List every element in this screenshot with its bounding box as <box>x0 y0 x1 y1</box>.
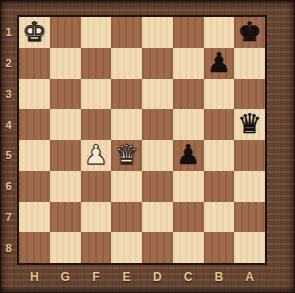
square-a5[interactable] <box>234 140 265 171</box>
square-g1[interactable] <box>50 17 81 48</box>
square-b3[interactable] <box>204 79 235 110</box>
square-a8[interactable] <box>234 232 265 263</box>
piece-black-pawn[interactable]: ♟ <box>176 141 200 168</box>
square-b5[interactable] <box>204 140 235 171</box>
square-e8[interactable] <box>111 232 142 263</box>
file-label-c: C <box>173 265 204 289</box>
rank-label-4: 4 <box>0 109 17 140</box>
rank-label-8: 8 <box>0 232 17 263</box>
square-d5[interactable] <box>142 140 173 171</box>
square-c1[interactable] <box>173 17 204 48</box>
square-f8[interactable] <box>81 232 112 263</box>
file-label-h: H <box>19 265 50 289</box>
file-label-e: E <box>111 265 142 289</box>
square-d7[interactable] <box>142 202 173 233</box>
square-h7[interactable] <box>19 202 50 233</box>
rank-labels: 12345678 <box>0 17 17 263</box>
square-c4[interactable] <box>173 109 204 140</box>
square-d1[interactable] <box>142 17 173 48</box>
square-h3[interactable] <box>19 79 50 110</box>
piece-white-queen[interactable]: ♛ <box>115 141 139 168</box>
square-e1[interactable] <box>111 17 142 48</box>
square-d6[interactable] <box>142 171 173 202</box>
square-f2[interactable] <box>81 48 112 79</box>
square-a2[interactable] <box>234 48 265 79</box>
square-c6[interactable] <box>173 171 204 202</box>
square-c5[interactable]: ♟ <box>173 140 204 171</box>
chess-board-frame: 12345678 ♚♚♟♛♟♛♟ HGFEDCBA <box>0 0 295 293</box>
square-a6[interactable] <box>234 171 265 202</box>
square-g3[interactable] <box>50 79 81 110</box>
square-d8[interactable] <box>142 232 173 263</box>
rank-label-2: 2 <box>0 48 17 79</box>
square-a3[interactable] <box>234 79 265 110</box>
square-c7[interactable] <box>173 202 204 233</box>
file-label-g: G <box>50 265 81 289</box>
square-b7[interactable] <box>204 202 235 233</box>
square-g8[interactable] <box>50 232 81 263</box>
square-f4[interactable] <box>81 109 112 140</box>
piece-black-pawn[interactable]: ♟ <box>207 49 231 76</box>
square-b4[interactable] <box>204 109 235 140</box>
square-e5[interactable]: ♛ <box>111 140 142 171</box>
square-h4[interactable] <box>19 109 50 140</box>
square-f1[interactable] <box>81 17 112 48</box>
file-labels: HGFEDCBA <box>19 265 265 289</box>
rank-label-1: 1 <box>0 17 17 48</box>
rank-label-7: 7 <box>0 202 17 233</box>
square-h5[interactable] <box>19 140 50 171</box>
file-label-d: D <box>142 265 173 289</box>
piece-white-king[interactable]: ♚ <box>22 18 46 45</box>
square-g4[interactable] <box>50 109 81 140</box>
square-e3[interactable] <box>111 79 142 110</box>
square-h2[interactable] <box>19 48 50 79</box>
square-d3[interactable] <box>142 79 173 110</box>
file-label-b: B <box>204 265 235 289</box>
square-h1[interactable]: ♚ <box>19 17 50 48</box>
square-a4[interactable]: ♛ <box>234 109 265 140</box>
square-b2[interactable]: ♟ <box>204 48 235 79</box>
square-h6[interactable] <box>19 171 50 202</box>
square-g6[interactable] <box>50 171 81 202</box>
square-b1[interactable] <box>204 17 235 48</box>
chess-board: ♚♚♟♛♟♛♟ <box>17 15 267 265</box>
file-label-f: F <box>81 265 112 289</box>
square-g5[interactable] <box>50 140 81 171</box>
square-g7[interactable] <box>50 202 81 233</box>
square-b6[interactable] <box>204 171 235 202</box>
square-d4[interactable] <box>142 109 173 140</box>
square-e6[interactable] <box>111 171 142 202</box>
square-f6[interactable] <box>81 171 112 202</box>
square-e2[interactable] <box>111 48 142 79</box>
square-c2[interactable] <box>173 48 204 79</box>
square-h8[interactable] <box>19 232 50 263</box>
square-c8[interactable] <box>173 232 204 263</box>
rank-label-6: 6 <box>0 171 17 202</box>
square-b8[interactable] <box>204 232 235 263</box>
square-a1[interactable]: ♚ <box>234 17 265 48</box>
square-f5[interactable]: ♟ <box>81 140 112 171</box>
piece-black-king[interactable]: ♚ <box>238 18 262 45</box>
piece-white-pawn[interactable]: ♟ <box>84 141 108 168</box>
square-f3[interactable] <box>81 79 112 110</box>
square-f7[interactable] <box>81 202 112 233</box>
square-e7[interactable] <box>111 202 142 233</box>
file-label-a: A <box>234 265 265 289</box>
rank-label-3: 3 <box>0 79 17 110</box>
square-e4[interactable] <box>111 109 142 140</box>
square-a7[interactable] <box>234 202 265 233</box>
piece-black-queen[interactable]: ♛ <box>238 110 262 137</box>
square-d2[interactable] <box>142 48 173 79</box>
rank-label-5: 5 <box>0 140 17 171</box>
square-g2[interactable] <box>50 48 81 79</box>
square-c3[interactable] <box>173 79 204 110</box>
